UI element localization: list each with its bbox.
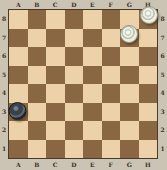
square-H1[interactable] [139, 140, 158, 159]
rank-label-left-5: 5 [0, 66, 8, 85]
square-E7[interactable] [83, 29, 102, 48]
rank-label-left-8: 8 [0, 10, 8, 29]
file-label-bottom-d: D [65, 159, 84, 170]
file-label-top-e: E [83, 0, 102, 9]
file-label-top-b: B [28, 0, 47, 9]
square-C4[interactable] [46, 84, 65, 103]
square-C8[interactable] [46, 10, 65, 29]
square-B6[interactable] [28, 47, 47, 66]
file-label-top-c: C [46, 0, 65, 9]
square-G5[interactable] [120, 66, 139, 85]
square-G1[interactable] [120, 140, 139, 159]
square-F6[interactable] [102, 47, 121, 66]
square-F2[interactable] [102, 121, 121, 140]
square-B2[interactable] [28, 121, 47, 140]
square-G6[interactable] [120, 47, 139, 66]
square-E5[interactable] [83, 66, 102, 85]
square-E2[interactable] [83, 121, 102, 140]
file-label-bottom-e: E [83, 159, 102, 170]
rank-label-left-1: 1 [0, 140, 8, 159]
square-B1[interactable] [28, 140, 47, 159]
square-D1[interactable] [65, 140, 84, 159]
square-D3[interactable] [65, 103, 84, 122]
square-A4[interactable] [9, 84, 28, 103]
square-F1[interactable] [102, 140, 121, 159]
rank-labels-right: 87654321 [158, 10, 167, 158]
square-F4[interactable] [102, 84, 121, 103]
rank-label-right-8: 8 [158, 10, 167, 29]
square-F5[interactable] [102, 66, 121, 85]
square-C5[interactable] [46, 66, 65, 85]
square-G4[interactable] [120, 84, 139, 103]
file-label-bottom-c: C [46, 159, 65, 170]
rank-labels-left: 87654321 [0, 10, 8, 158]
rank-label-left-6: 6 [0, 47, 8, 66]
square-A6[interactable] [9, 47, 28, 66]
square-H4[interactable] [139, 84, 158, 103]
square-B4[interactable] [28, 84, 47, 103]
square-C2[interactable] [46, 121, 65, 140]
file-label-bottom-f: F [102, 159, 121, 170]
square-C1[interactable] [46, 140, 65, 159]
square-E3[interactable] [83, 103, 102, 122]
square-G2[interactable] [120, 121, 139, 140]
square-D4[interactable] [65, 84, 84, 103]
rank-label-right-4: 4 [158, 84, 167, 103]
square-A1[interactable] [9, 140, 28, 159]
square-D8[interactable] [65, 10, 84, 29]
file-label-top-a: A [9, 0, 28, 9]
white-man-piece-H8[interactable] [140, 6, 158, 24]
square-E6[interactable] [83, 47, 102, 66]
square-H3[interactable] [139, 103, 158, 122]
square-H2[interactable] [139, 121, 158, 140]
square-A5[interactable] [9, 66, 28, 85]
rank-label-left-7: 7 [0, 29, 8, 48]
file-label-top-d: D [65, 0, 84, 9]
rank-label-right-5: 5 [158, 66, 167, 85]
square-C7[interactable] [46, 29, 65, 48]
square-E4[interactable] [83, 84, 102, 103]
file-label-bottom-a: A [9, 159, 28, 170]
rank-label-right-7: 7 [158, 29, 167, 48]
square-B8[interactable] [28, 10, 47, 29]
square-H5[interactable] [139, 66, 158, 85]
file-label-top-f: F [102, 0, 121, 9]
square-A8[interactable] [9, 10, 28, 29]
file-label-bottom-h: H [139, 159, 158, 170]
square-B3[interactable] [28, 103, 47, 122]
square-D2[interactable] [65, 121, 84, 140]
square-E8[interactable] [83, 10, 102, 29]
square-H6[interactable] [139, 47, 158, 66]
file-labels-top: ABCDEFGH [9, 0, 157, 9]
square-B7[interactable] [28, 29, 47, 48]
square-A3[interactable] [9, 103, 28, 122]
black-man-piece-A3[interactable] [8, 102, 26, 120]
rank-label-right-2: 2 [158, 121, 167, 140]
square-D5[interactable] [65, 66, 84, 85]
board-grid [8, 9, 158, 159]
rank-label-left-4: 4 [0, 84, 8, 103]
white-man-piece-G7[interactable] [120, 25, 138, 43]
square-E1[interactable] [83, 140, 102, 159]
square-D6[interactable] [65, 47, 84, 66]
rank-label-right-1: 1 [158, 140, 167, 159]
square-F8[interactable] [102, 10, 121, 29]
checkers-board-diagram: ABCDEFGH ABCDEFGH 87654321 87654321 [0, 0, 167, 170]
square-D7[interactable] [65, 29, 84, 48]
square-F7[interactable] [102, 29, 121, 48]
square-C6[interactable] [46, 47, 65, 66]
square-A7[interactable] [9, 29, 28, 48]
file-label-bottom-b: B [28, 159, 47, 170]
square-A2[interactable] [9, 121, 28, 140]
file-labels-bottom: ABCDEFGH [9, 159, 157, 170]
square-F3[interactable] [102, 103, 121, 122]
rank-label-left-2: 2 [0, 121, 8, 140]
square-G3[interactable] [120, 103, 139, 122]
square-H7[interactable] [139, 29, 158, 48]
file-label-top-g: G [120, 0, 139, 9]
square-C3[interactable] [46, 103, 65, 122]
file-label-bottom-g: G [120, 159, 139, 170]
rank-label-right-6: 6 [158, 47, 167, 66]
square-H8[interactable] [139, 10, 158, 29]
square-B5[interactable] [28, 66, 47, 85]
rank-label-left-3: 3 [0, 103, 8, 122]
rank-label-right-3: 3 [158, 103, 167, 122]
square-G7[interactable] [120, 29, 139, 48]
